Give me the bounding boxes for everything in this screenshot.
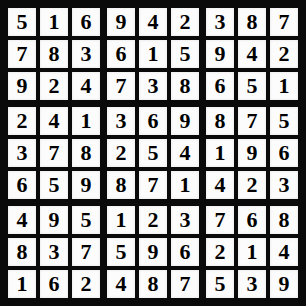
- cell-r1c7[interactable]: 3: [206, 8, 234, 36]
- cell-r9c5[interactable]: 8: [139, 270, 167, 298]
- cell-r1c4[interactable]: 9: [107, 8, 135, 36]
- cell-r2c8[interactable]: 4: [238, 40, 266, 68]
- cell-r3c4[interactable]: 7: [107, 72, 135, 100]
- cell-r9c3[interactable]: 2: [72, 270, 100, 298]
- cell-r3c9[interactable]: 1: [270, 72, 298, 100]
- cell-r6c8[interactable]: 2: [238, 171, 266, 199]
- cell-r6c4[interactable]: 8: [107, 171, 135, 199]
- sudoku-board: 5167839249426157383879426512413786593692…: [0, 0, 306, 306]
- cell-r7c9[interactable]: 8: [270, 206, 298, 234]
- sudoku-box-3: 387942651: [206, 8, 298, 100]
- cell-r9c4[interactable]: 4: [107, 270, 135, 298]
- cell-r8c5[interactable]: 9: [139, 238, 167, 266]
- sudoku-box-5: 369254871: [107, 107, 199, 199]
- cell-r2c3[interactable]: 3: [72, 40, 100, 68]
- sudoku-box-9: 768214539: [206, 206, 298, 298]
- cell-r2c9[interactable]: 2: [270, 40, 298, 68]
- cell-r8c1[interactable]: 8: [8, 238, 36, 266]
- cell-r7c3[interactable]: 5: [72, 206, 100, 234]
- cell-r2c7[interactable]: 9: [206, 40, 234, 68]
- cell-r7c1[interactable]: 4: [8, 206, 36, 234]
- cell-r8c2[interactable]: 3: [40, 238, 68, 266]
- cell-r7c4[interactable]: 1: [107, 206, 135, 234]
- cell-r5c2[interactable]: 7: [40, 139, 68, 167]
- cell-r9c6[interactable]: 7: [171, 270, 199, 298]
- cell-r1c5[interactable]: 4: [139, 8, 167, 36]
- cell-r6c3[interactable]: 9: [72, 171, 100, 199]
- cell-r2c5[interactable]: 1: [139, 40, 167, 68]
- cell-r8c7[interactable]: 2: [206, 238, 234, 266]
- cell-r3c3[interactable]: 4: [72, 72, 100, 100]
- cell-r5c6[interactable]: 4: [171, 139, 199, 167]
- cell-r6c2[interactable]: 5: [40, 171, 68, 199]
- cell-r8c8[interactable]: 1: [238, 238, 266, 266]
- sudoku-box-2: 942615738: [107, 8, 199, 100]
- cell-r8c3[interactable]: 7: [72, 238, 100, 266]
- cell-r7c7[interactable]: 7: [206, 206, 234, 234]
- sudoku-box-1: 516783924: [8, 8, 100, 100]
- sudoku-box-7: 495837162: [8, 206, 100, 298]
- cell-r3c5[interactable]: 3: [139, 72, 167, 100]
- cell-r3c6[interactable]: 8: [171, 72, 199, 100]
- cell-r3c8[interactable]: 5: [238, 72, 266, 100]
- cell-r8c4[interactable]: 5: [107, 238, 135, 266]
- cell-r4c6[interactable]: 9: [171, 107, 199, 135]
- cell-r5c8[interactable]: 9: [238, 139, 266, 167]
- cell-r9c8[interactable]: 3: [238, 270, 266, 298]
- cell-r5c4[interactable]: 2: [107, 139, 135, 167]
- cell-r1c2[interactable]: 1: [40, 8, 68, 36]
- cell-r4c1[interactable]: 2: [8, 107, 36, 135]
- cell-r9c7[interactable]: 5: [206, 270, 234, 298]
- cell-r6c9[interactable]: 3: [270, 171, 298, 199]
- cell-r1c9[interactable]: 7: [270, 8, 298, 36]
- cell-r4c3[interactable]: 1: [72, 107, 100, 135]
- cell-r1c8[interactable]: 8: [238, 8, 266, 36]
- sudoku-box-6: 875196423: [206, 107, 298, 199]
- cell-r6c5[interactable]: 7: [139, 171, 167, 199]
- cell-r5c1[interactable]: 3: [8, 139, 36, 167]
- cell-r6c1[interactable]: 6: [8, 171, 36, 199]
- cell-r9c1[interactable]: 1: [8, 270, 36, 298]
- cell-r4c7[interactable]: 8: [206, 107, 234, 135]
- cell-r7c8[interactable]: 6: [238, 206, 266, 234]
- cell-r4c5[interactable]: 6: [139, 107, 167, 135]
- cell-r5c5[interactable]: 5: [139, 139, 167, 167]
- cell-r2c4[interactable]: 6: [107, 40, 135, 68]
- cell-r5c7[interactable]: 1: [206, 139, 234, 167]
- cell-r6c6[interactable]: 1: [171, 171, 199, 199]
- cell-r9c2[interactable]: 6: [40, 270, 68, 298]
- cell-r7c6[interactable]: 3: [171, 206, 199, 234]
- cell-r4c8[interactable]: 7: [238, 107, 266, 135]
- cell-r3c1[interactable]: 9: [8, 72, 36, 100]
- cell-r5c9[interactable]: 6: [270, 139, 298, 167]
- cell-r5c3[interactable]: 8: [72, 139, 100, 167]
- cell-r1c3[interactable]: 6: [72, 8, 100, 36]
- cell-r7c2[interactable]: 9: [40, 206, 68, 234]
- cell-r3c2[interactable]: 2: [40, 72, 68, 100]
- cell-r1c1[interactable]: 5: [8, 8, 36, 36]
- cell-r7c5[interactable]: 2: [139, 206, 167, 234]
- cell-r4c4[interactable]: 3: [107, 107, 135, 135]
- cell-r8c9[interactable]: 4: [270, 238, 298, 266]
- cell-r4c9[interactable]: 5: [270, 107, 298, 135]
- cell-r8c6[interactable]: 6: [171, 238, 199, 266]
- cell-r3c7[interactable]: 6: [206, 72, 234, 100]
- cell-r6c7[interactable]: 4: [206, 171, 234, 199]
- cell-r2c2[interactable]: 8: [40, 40, 68, 68]
- cell-r9c9[interactable]: 9: [270, 270, 298, 298]
- cell-r2c6[interactable]: 5: [171, 40, 199, 68]
- cell-r4c2[interactable]: 4: [40, 107, 68, 135]
- cell-r1c6[interactable]: 2: [171, 8, 199, 36]
- cell-r2c1[interactable]: 7: [8, 40, 36, 68]
- sudoku-box-4: 241378659: [8, 107, 100, 199]
- sudoku-box-8: 123596487: [107, 206, 199, 298]
